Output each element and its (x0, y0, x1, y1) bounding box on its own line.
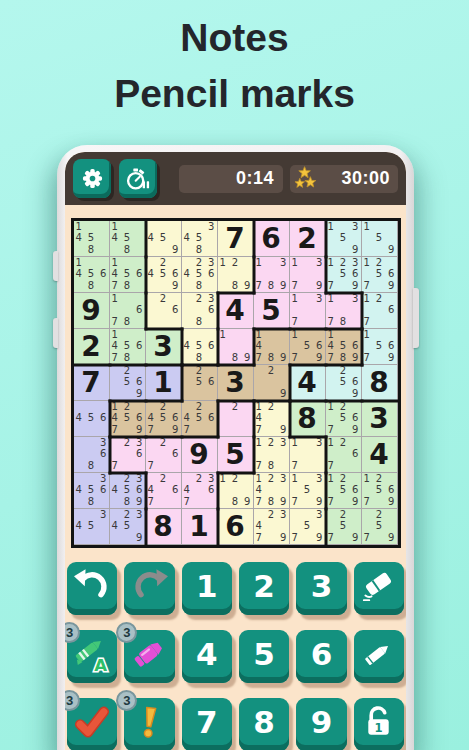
unlock-icon: 1 (361, 704, 396, 739)
pencil-marks: 2569 (328, 365, 359, 399)
pencil-marks: 137 (292, 293, 323, 327)
pencil-marks: 23459 (112, 509, 143, 543)
undo-icon (74, 567, 111, 604)
cell-value: 1 (182, 509, 217, 544)
button-label: 9 (311, 704, 333, 740)
pencil-marks: 145678 (112, 329, 143, 363)
cell-value: 8 (362, 365, 397, 400)
pencil-marks: 1235679 (328, 257, 359, 291)
cell-value: 3 (362, 401, 397, 436)
cell-r7c2[interactable]: 2367 (110, 437, 146, 473)
cell-r7c3[interactable]: 267 (146, 437, 182, 473)
digit-7-button[interactable]: 7 (182, 698, 232, 750)
button-label: 4 (196, 636, 218, 672)
cell-value: 3 (146, 329, 181, 364)
hint-button[interactable]: 3 (124, 698, 174, 750)
pause-timer-button[interactable] (119, 159, 157, 198)
cell-r5c6[interactable]: 29 (254, 365, 290, 401)
headline-line-1: Notes (0, 10, 469, 66)
pencil-marks: 13579 (292, 473, 323, 507)
pencil-marks: 345 (76, 509, 107, 543)
cell-r3c5[interactable]: 4 (218, 293, 254, 329)
cell-r9c4[interactable]: 1 (182, 509, 218, 545)
app-screen: 0:14 30:00 14581458459345876213591591456… (65, 152, 406, 750)
pencil-marks: 1289 (220, 257, 251, 291)
pencil-marks: 3458 (184, 221, 215, 255)
cell-r5c4[interactable]: 256 (182, 365, 218, 401)
pencil-marks: 1289 (220, 473, 251, 507)
cell-value: 9 (74, 293, 109, 328)
timer-display: 0:14 (179, 165, 283, 193)
cell-value: 2 (74, 329, 109, 364)
cell-r6c3[interactable]: 245679 (146, 401, 182, 437)
cell-value: 6 (254, 221, 289, 256)
cell-r1c1[interactable]: 1458 (74, 221, 110, 257)
cell-r6c8[interactable]: 125679 (326, 401, 362, 437)
pencil-marks: 125679 (328, 401, 359, 435)
pencil-marks: 1458 (76, 221, 107, 255)
cell-value: 6 (218, 509, 253, 544)
pencil-marks: 12378 (256, 437, 287, 471)
pencil-marks: 2345689 (112, 473, 143, 507)
button-label: 6 (311, 636, 333, 672)
digit-2-button[interactable]: 2 (239, 562, 289, 615)
cell-value: 5 (218, 437, 253, 472)
cell-value: 5 (254, 293, 289, 328)
stars-icon (294, 166, 319, 191)
button-label: 1 (196, 568, 218, 604)
cell-r5c7[interactable]: 4 (290, 365, 326, 401)
cell-r2c9[interactable]: 125679 (362, 257, 398, 293)
cell-r4c9[interactable]: 15679 (362, 329, 398, 365)
cell-value: 7 (218, 221, 253, 256)
cell-r4c1[interactable]: 2 (74, 329, 110, 365)
digit-3-button[interactable]: 3 (296, 562, 346, 615)
cell-value: 4 (290, 365, 325, 400)
pencil-marks: 125679 (364, 257, 395, 291)
highlighter-button[interactable]: 3 (124, 630, 174, 683)
pencil-marks: 2569 (112, 365, 143, 399)
eraser-icon (360, 567, 397, 604)
pencil-marks: 137 (292, 437, 323, 471)
pencil-marks: 2579 (364, 509, 395, 543)
pencil-marks: 125679 (364, 473, 395, 507)
cell-value: 4 (218, 293, 253, 328)
pencil-marks: 23467 (184, 473, 215, 507)
cell-r3c2[interactable]: 1678 (110, 293, 146, 329)
pencil-marks: 14568 (76, 257, 107, 291)
cell-r1c5[interactable]: 7 (218, 221, 254, 257)
button-label: 3 (311, 568, 333, 604)
sudoku-board: 1458145845934587621359159145681456782456… (71, 218, 401, 548)
cell-r6c6[interactable]: 12479 (254, 401, 290, 437)
cell-r9c9[interactable]: 2579 (362, 509, 398, 545)
auto-notes-icon: A (73, 635, 111, 673)
cell-value: 1 (146, 365, 181, 400)
auto-notes-button[interactable]: A3 (67, 630, 117, 683)
cell-r1c8[interactable]: 1359 (326, 221, 362, 257)
cell-r3c8[interactable]: 1378 (326, 293, 362, 329)
page-headline: Notes Pencil marks (0, 10, 469, 122)
svg-text:A: A (94, 655, 107, 672)
cell-value: 2 (290, 221, 325, 256)
pencil-marks: 24567 (184, 401, 215, 435)
cell-r4c5[interactable]: 189 (218, 329, 254, 365)
cell-r1c3[interactable]: 459 (146, 221, 182, 257)
cell-r5c8[interactable]: 2569 (326, 365, 362, 401)
stopwatch-pause-icon (124, 165, 152, 193)
volume-up-button (53, 251, 58, 281)
pencil-marks: 459 (148, 221, 179, 255)
cell-r5c2[interactable]: 2569 (110, 365, 146, 401)
cell-r7c1[interactable]: 368 (74, 437, 110, 473)
settings-button[interactable] (73, 159, 111, 198)
pencil-marks: 3579 (292, 509, 323, 543)
digit-5-button[interactable]: 5 (239, 630, 289, 683)
pencil-marks: 1245679 (112, 401, 143, 435)
cell-r6c7[interactable]: 8 (290, 401, 326, 437)
highlighter-icon (131, 635, 168, 672)
pencil-marks: 368 (76, 437, 107, 471)
cell-r9c6[interactable]: 23479 (254, 509, 290, 545)
cell-r3c7[interactable]: 137 (290, 293, 326, 329)
pencil-marks: 12479 (256, 401, 287, 435)
pencil-marks: 234568 (184, 257, 215, 291)
phone-mockup: 0:14 30:00 14581458459345876213591591456… (57, 145, 414, 750)
pencil-marks: 245679 (148, 401, 179, 435)
cell-r6c2[interactable]: 1245679 (110, 401, 146, 437)
pencil-marks: 14789 (256, 329, 287, 363)
cell-r8c5[interactable]: 1289 (218, 473, 254, 509)
cell-r4c8[interactable]: 1456789 (326, 329, 362, 365)
cell-r1c9[interactable]: 159 (362, 221, 398, 257)
pencil-marks: 456 (76, 401, 107, 435)
cell-value: 8 (290, 401, 325, 436)
cell-r2c6[interactable]: 13789 (254, 257, 290, 293)
pencil-marks: 1267 (364, 293, 395, 327)
cell-r8c2[interactable]: 2345689 (110, 473, 146, 509)
headline-line-2: Pencil marks (0, 66, 469, 122)
cell-r3c4[interactable]: 2368 (182, 293, 218, 329)
pencil-marks: 15679 (364, 329, 395, 363)
pencil-marks: 2368 (184, 293, 215, 327)
cell-r3c6[interactable]: 5 (254, 293, 290, 329)
cell-value: 3 (218, 365, 253, 400)
cell-r9c1[interactable]: 345 (74, 509, 110, 545)
pencil-marks: 1267 (328, 437, 359, 471)
button-label: 5 (253, 636, 275, 672)
button-label: 2 (253, 568, 275, 604)
power-button (413, 288, 419, 348)
pencil-marks: 1234789 (256, 473, 287, 507)
cell-r3c3[interactable]: 26 (146, 293, 182, 329)
pencil-marks: 34568 (76, 473, 107, 507)
cell-value: 7 (74, 365, 109, 400)
digit-6-button[interactable]: 6 (296, 630, 346, 683)
pencil-marks: 29 (256, 365, 287, 399)
cell-r8c8[interactable]: 125679 (326, 473, 362, 509)
cell-r6c1[interactable]: 456 (74, 401, 110, 437)
cell-r2c2[interactable]: 145678 (110, 257, 146, 293)
pencil-marks: 1678 (112, 293, 143, 327)
cell-r7c5[interactable]: 5 (218, 437, 254, 473)
cell-r3c1[interactable]: 9 (74, 293, 110, 329)
cell-r5c1[interactable]: 7 (74, 365, 110, 401)
undo-button[interactable] (67, 562, 117, 615)
cell-r8c9[interactable]: 125679 (362, 473, 398, 509)
pencil-marks: 2 (220, 401, 251, 435)
button-label: 7 (196, 704, 218, 740)
cell-r2c3[interactable]: 24569 (146, 257, 182, 293)
timer-value: 0:14 (236, 168, 274, 189)
pencil-marks: 1379 (292, 257, 323, 291)
pencil-marks: 26 (148, 293, 179, 327)
pencil-marks: 15679 (292, 329, 323, 363)
pencil-marks: 1456789 (328, 329, 359, 363)
cell-r2c5[interactable]: 1289 (218, 257, 254, 293)
cell-r9c8[interactable]: 2579 (326, 509, 362, 545)
cell-r4c2[interactable]: 145678 (110, 329, 146, 365)
cell-r6c9[interactable]: 3 (362, 401, 398, 437)
cell-r4c6[interactable]: 14789 (254, 329, 290, 365)
topbar: 0:14 30:00 (65, 152, 406, 205)
svg-text:1: 1 (375, 721, 383, 735)
hint-icon (131, 704, 167, 740)
button-label: 8 (253, 704, 275, 740)
cell-r7c4[interactable]: 9 (182, 437, 218, 473)
cell-r6c5[interactable]: 2 (218, 401, 254, 437)
digit-4-button[interactable]: 4 (182, 630, 232, 683)
controls-panel: 123A33456337891 (67, 562, 404, 750)
check-icon (73, 703, 111, 741)
cell-r5c3[interactable]: 1 (146, 365, 182, 401)
cell-r1c7[interactable]: 2 (290, 221, 326, 257)
cell-r9c5[interactable]: 6 (218, 509, 254, 545)
cell-r1c4[interactable]: 3458 (182, 221, 218, 257)
cell-r2c7[interactable]: 1379 (290, 257, 326, 293)
eraser-button[interactable] (354, 562, 404, 615)
cell-r4c3[interactable]: 3 (146, 329, 182, 365)
pencil-marks: 13789 (256, 257, 287, 291)
cell-r8c4[interactable]: 23467 (182, 473, 218, 509)
cell-r9c3[interactable]: 8 (146, 509, 182, 545)
cell-r9c2[interactable]: 23459 (110, 509, 146, 545)
check-button[interactable]: 3 (67, 698, 117, 750)
cell-value: 9 (182, 437, 217, 472)
volume-down-button (53, 318, 58, 348)
cell-r6c4[interactable]: 24567 (182, 401, 218, 437)
pencil-marks: 256 (184, 365, 215, 399)
pencil-marks: 189 (220, 329, 251, 363)
cell-r7c6[interactable]: 12378 (254, 437, 290, 473)
pencil-marks: 145678 (112, 257, 143, 291)
cell-r8c6[interactable]: 1234789 (254, 473, 290, 509)
pencil-marks: 2579 (328, 509, 359, 543)
pencil-marks: 267 (148, 437, 179, 471)
cell-r7c7[interactable]: 137 (290, 437, 326, 473)
cell-r9c7[interactable]: 3579 (290, 509, 326, 545)
cell-r4c4[interactable]: 4568 (182, 329, 218, 365)
pencil-marks: 159 (364, 221, 395, 255)
pencil-marks: 125679 (328, 473, 359, 507)
cell-r5c9[interactable]: 8 (362, 365, 398, 401)
pencil-marks: 2367 (112, 437, 143, 471)
pencil-marks: 2467 (148, 473, 179, 507)
cell-r3c9[interactable]: 1267 (362, 293, 398, 329)
cell-value: 8 (146, 509, 181, 544)
digit-9-button[interactable]: 9 (296, 698, 346, 750)
cell-r2c1[interactable]: 14568 (74, 257, 110, 293)
cell-r7c9[interactable]: 4 (362, 437, 398, 473)
cell-r2c8[interactable]: 1235679 (326, 257, 362, 293)
notes-pencil-button[interactable] (354, 630, 404, 683)
redo-icon (131, 567, 168, 604)
cell-r7c8[interactable]: 1267 (326, 437, 362, 473)
cell-value: 4 (362, 437, 397, 472)
best-time-display: 30:00 (290, 165, 398, 193)
redo-button[interactable] (124, 562, 174, 615)
digit-8-button[interactable]: 8 (239, 698, 289, 750)
cell-r8c3[interactable]: 2467 (146, 473, 182, 509)
pencil-marks: 1458 (112, 221, 143, 255)
unlock-button[interactable]: 1 (354, 698, 404, 750)
cell-r4c7[interactable]: 15679 (290, 329, 326, 365)
pencil-marks: 4568 (184, 329, 215, 363)
pencil-marks: 1359 (328, 221, 359, 255)
pencil-marks: 24569 (148, 257, 179, 291)
best-time-value: 30:00 (341, 168, 390, 189)
notes-pencil-icon (361, 636, 397, 672)
cell-r2c4[interactable]: 234568 (182, 257, 218, 293)
cell-r5c5[interactable]: 3 (218, 365, 254, 401)
cell-r8c7[interactable]: 13579 (290, 473, 326, 509)
pencil-marks: 23479 (256, 509, 287, 543)
cell-r8c1[interactable]: 34568 (74, 473, 110, 509)
gear-icon (79, 165, 106, 192)
cell-r1c2[interactable]: 1458 (110, 221, 146, 257)
digit-1-button[interactable]: 1 (182, 562, 232, 615)
pencil-marks: 1378 (328, 293, 359, 327)
cell-r1c6[interactable]: 6 (254, 221, 290, 257)
